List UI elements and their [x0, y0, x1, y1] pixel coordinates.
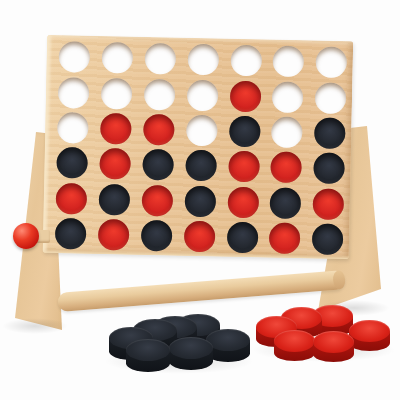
board-grid	[49, 39, 354, 258]
left-leg-shadow	[2, 318, 68, 334]
black-piece	[142, 149, 174, 181]
cell-r1-c6	[267, 43, 311, 79]
empty-hole	[316, 47, 348, 79]
cell-r1-c3	[138, 41, 182, 77]
cell-r2-c6	[266, 79, 310, 115]
cell-r6-c7	[306, 221, 350, 257]
red-piece	[141, 185, 173, 217]
black-piece	[312, 224, 344, 256]
cell-r2-c7	[309, 80, 353, 116]
black-piece	[141, 220, 173, 252]
loose-red-disc	[274, 330, 315, 361]
empty-hole	[186, 79, 218, 111]
black-piece	[185, 150, 217, 182]
cell-r5-c5	[221, 184, 265, 220]
product-photo-connect-four	[0, 0, 400, 400]
cell-r6-c2	[92, 217, 136, 253]
black-piece	[229, 116, 261, 148]
cell-r3-c4	[180, 112, 224, 148]
cell-r5-c6	[264, 185, 308, 221]
cell-r4-c4	[179, 148, 223, 184]
red-piece	[99, 148, 131, 180]
black-piece	[314, 117, 346, 149]
cell-r1-c5	[224, 43, 268, 79]
cell-r2-c3	[138, 76, 182, 112]
loose-red-disc-top	[349, 320, 390, 342]
red-piece	[271, 152, 303, 184]
empty-hole	[272, 81, 304, 113]
cell-r4-c2	[93, 146, 137, 182]
empty-hole	[143, 78, 175, 110]
black-piece	[314, 153, 346, 185]
empty-hole	[101, 78, 133, 110]
red-piece	[183, 221, 215, 253]
red-ball-knob-icon	[13, 223, 39, 249]
red-piece	[56, 183, 88, 215]
red-piece	[313, 188, 345, 220]
empty-hole	[187, 44, 219, 76]
cell-r5-c1	[50, 180, 94, 216]
cell-r3-c5	[223, 113, 267, 149]
loose-black-disc-top	[126, 339, 170, 361]
loose-red-disc	[313, 331, 354, 362]
cell-r3-c7	[308, 115, 352, 151]
cell-r3-c3	[137, 112, 181, 148]
cell-r6-c1	[49, 216, 93, 252]
cell-r2-c4	[180, 77, 224, 113]
cell-r4-c1	[50, 145, 94, 181]
cell-r1-c1	[52, 39, 96, 75]
loose-black-disc-top	[169, 337, 213, 359]
black-piece	[270, 187, 302, 219]
black-piece	[226, 222, 258, 254]
loose-red-disc-top	[313, 331, 354, 353]
loose-red-disc-top	[274, 330, 315, 352]
empty-hole	[186, 115, 218, 147]
empty-hole	[273, 46, 305, 78]
cell-r5-c2	[92, 181, 136, 217]
loose-red-disc	[349, 320, 390, 351]
cell-r3-c1	[51, 110, 95, 146]
cell-r6-c6	[263, 220, 307, 256]
empty-hole	[57, 112, 89, 144]
game-board	[43, 35, 353, 259]
black-piece	[55, 218, 87, 250]
cell-r4-c5	[222, 149, 266, 185]
cell-r2-c5	[223, 78, 267, 114]
cell-r5-c3	[135, 182, 179, 218]
empty-hole	[58, 41, 90, 73]
empty-hole	[230, 45, 262, 77]
cell-r4-c7	[308, 150, 352, 186]
loose-black-disc	[169, 337, 213, 370]
cell-r4-c6	[265, 150, 309, 186]
black-piece	[184, 185, 216, 217]
red-piece	[228, 151, 260, 183]
cell-r2-c1	[52, 74, 96, 110]
empty-hole	[271, 117, 303, 149]
cell-r4-c3	[136, 147, 180, 183]
cell-r3-c6	[265, 114, 309, 150]
cell-r1-c4	[181, 42, 225, 78]
loose-black-disc	[126, 339, 170, 372]
release-dowel	[57, 270, 346, 312]
cell-r1-c7	[310, 44, 354, 80]
black-piece	[98, 184, 130, 216]
red-piece	[98, 219, 130, 251]
red-piece	[100, 113, 132, 145]
red-piece	[227, 186, 259, 218]
red-piece	[269, 223, 301, 255]
black-piece	[56, 147, 88, 179]
empty-hole	[315, 82, 347, 114]
cell-r6-c4	[177, 219, 221, 255]
cell-r5-c7	[307, 186, 351, 222]
empty-hole	[144, 43, 176, 75]
empty-hole	[101, 42, 133, 74]
cell-r6-c5	[220, 219, 264, 255]
empty-hole	[58, 77, 90, 109]
red-piece	[229, 80, 261, 112]
cell-r5-c4	[178, 183, 222, 219]
cell-r6-c3	[135, 218, 179, 254]
cell-r3-c2	[94, 111, 138, 147]
red-piece	[143, 114, 175, 146]
cell-r2-c2	[95, 75, 139, 111]
cell-r1-c2	[95, 40, 139, 76]
